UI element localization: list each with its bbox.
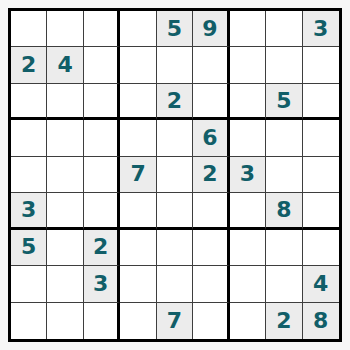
cell-r7c3: 2: [84, 230, 120, 266]
cell-r1c8[interactable]: [266, 11, 302, 47]
cell-r7c7[interactable]: [230, 230, 266, 266]
cell-r5c1[interactable]: [11, 157, 47, 193]
cell-r4c7[interactable]: [230, 120, 266, 156]
cell-r5c6: 2: [193, 157, 229, 193]
cell-r9c9: 8: [303, 303, 339, 339]
cell-r2c6[interactable]: [193, 47, 229, 83]
cell-r3c3[interactable]: [84, 84, 120, 120]
cell-r1c1[interactable]: [11, 11, 47, 47]
cell-r9c8: 2: [266, 303, 302, 339]
cell-r4c6: 6: [193, 120, 229, 156]
cell-r2c8[interactable]: [266, 47, 302, 83]
cell-r7c5[interactable]: [157, 230, 193, 266]
cell-r8c1[interactable]: [11, 266, 47, 302]
cell-r3c1[interactable]: [11, 84, 47, 120]
cell-r5c7: 3: [230, 157, 266, 193]
cell-r9c1[interactable]: [11, 303, 47, 339]
page: 59324256723385234728: [0, 0, 350, 350]
cell-r4c5[interactable]: [157, 120, 193, 156]
cell-r1c2[interactable]: [47, 11, 83, 47]
cell-r1c7[interactable]: [230, 11, 266, 47]
cell-r5c2[interactable]: [47, 157, 83, 193]
cell-r4c1[interactable]: [11, 120, 47, 156]
cell-r8c5[interactable]: [157, 266, 193, 302]
cell-r7c4[interactable]: [120, 230, 156, 266]
cell-r9c2[interactable]: [47, 303, 83, 339]
cell-r2c2: 4: [47, 47, 83, 83]
cell-r6c3[interactable]: [84, 193, 120, 229]
cell-r2c5[interactable]: [157, 47, 193, 83]
cell-r4c8[interactable]: [266, 120, 302, 156]
cell-r6c6[interactable]: [193, 193, 229, 229]
cell-r5c4: 7: [120, 157, 156, 193]
cell-r3c2[interactable]: [47, 84, 83, 120]
cell-r8c2[interactable]: [47, 266, 83, 302]
cell-r6c5[interactable]: [157, 193, 193, 229]
cell-r8c8[interactable]: [266, 266, 302, 302]
cell-r7c6[interactable]: [193, 230, 229, 266]
cell-r5c5[interactable]: [157, 157, 193, 193]
cell-r1c3[interactable]: [84, 11, 120, 47]
cell-r4c2[interactable]: [47, 120, 83, 156]
cell-r7c2[interactable]: [47, 230, 83, 266]
cell-r5c9[interactable]: [303, 157, 339, 193]
cell-r6c4[interactable]: [120, 193, 156, 229]
cell-r9c7[interactable]: [230, 303, 266, 339]
cell-r1c4[interactable]: [120, 11, 156, 47]
cell-r4c9[interactable]: [303, 120, 339, 156]
cell-r6c7[interactable]: [230, 193, 266, 229]
cell-r2c1: 2: [11, 47, 47, 83]
cell-r6c1: 3: [11, 193, 47, 229]
cell-r9c3[interactable]: [84, 303, 120, 339]
cell-r6c8: 8: [266, 193, 302, 229]
cell-r3c4[interactable]: [120, 84, 156, 120]
cell-r3c7[interactable]: [230, 84, 266, 120]
cell-r2c7[interactable]: [230, 47, 266, 83]
cell-r3c9[interactable]: [303, 84, 339, 120]
cell-r1c6: 9: [193, 11, 229, 47]
cell-r4c4[interactable]: [120, 120, 156, 156]
cell-r8c4[interactable]: [120, 266, 156, 302]
cell-r6c9[interactable]: [303, 193, 339, 229]
cell-r8c7[interactable]: [230, 266, 266, 302]
cell-r4c3[interactable]: [84, 120, 120, 156]
cell-r2c4[interactable]: [120, 47, 156, 83]
cell-r5c8[interactable]: [266, 157, 302, 193]
cell-r7c1: 5: [11, 230, 47, 266]
cell-r9c4[interactable]: [120, 303, 156, 339]
cell-r6c2[interactable]: [47, 193, 83, 229]
cell-r3c8: 5: [266, 84, 302, 120]
cell-r1c9: 3: [303, 11, 339, 47]
cell-r1c5: 5: [157, 11, 193, 47]
cell-r3c6[interactable]: [193, 84, 229, 120]
cell-r2c9[interactable]: [303, 47, 339, 83]
cell-r8c9: 4: [303, 266, 339, 302]
cell-r5c3[interactable]: [84, 157, 120, 193]
cell-r9c5: 7: [157, 303, 193, 339]
cell-r3c5: 2: [157, 84, 193, 120]
cell-r7c9[interactable]: [303, 230, 339, 266]
cell-r9c6[interactable]: [193, 303, 229, 339]
cell-r7c8[interactable]: [266, 230, 302, 266]
cell-r2c3[interactable]: [84, 47, 120, 83]
cell-r8c3: 3: [84, 266, 120, 302]
sudoku-board: 59324256723385234728: [8, 8, 342, 342]
cell-r8c6[interactable]: [193, 266, 229, 302]
